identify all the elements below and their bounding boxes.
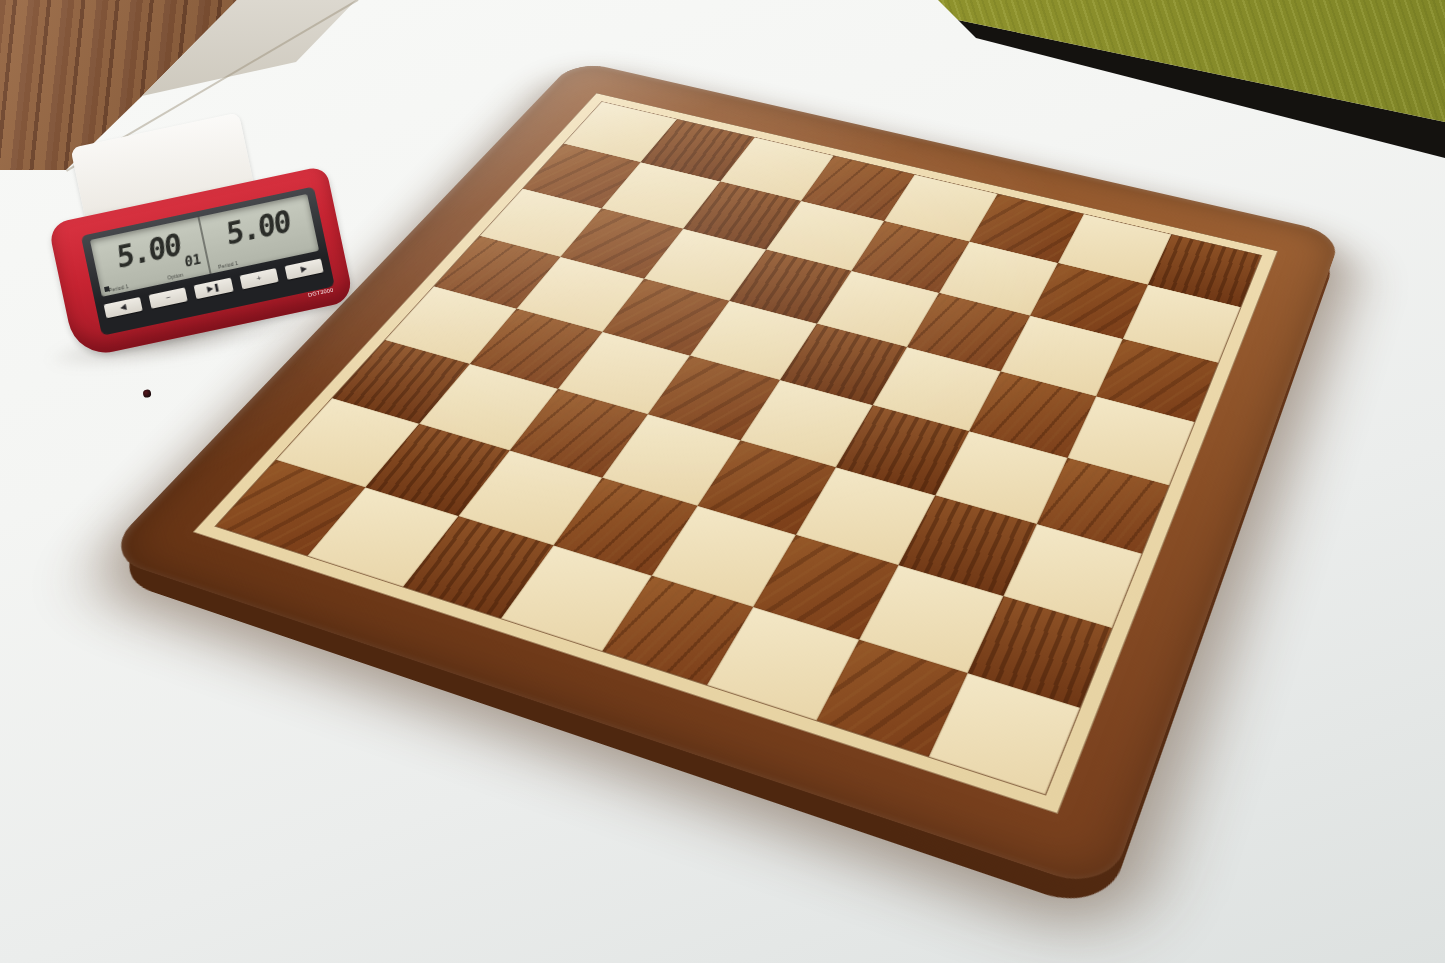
play-pause-icon: ▶❚ xyxy=(207,283,221,293)
square-a2 xyxy=(276,398,419,487)
board-grid xyxy=(214,101,1262,795)
square-e4 xyxy=(740,380,873,468)
clock-button-minus: − xyxy=(149,287,188,308)
lcd-right-time: 5.00 xyxy=(203,198,314,256)
back-arrow-icon: ◀ xyxy=(119,303,127,312)
square-h5 xyxy=(1067,396,1194,485)
square-g4 xyxy=(935,431,1068,524)
square-b2 xyxy=(366,424,510,516)
square-b1 xyxy=(308,487,458,586)
lcd-option-digits: 01 xyxy=(184,250,202,270)
square-e3 xyxy=(698,441,836,535)
option-label: Option xyxy=(167,272,184,281)
square-h1 xyxy=(929,673,1080,794)
square-c2 xyxy=(458,450,602,545)
plus-icon: + xyxy=(256,274,262,283)
board-border-inlay xyxy=(193,93,1278,814)
clock-button-plus: + xyxy=(239,268,278,289)
lcd-left-time: 5.00 xyxy=(93,222,204,280)
square-g1 xyxy=(816,639,967,756)
square-g5 xyxy=(969,371,1096,458)
period-label-left: Period 1 xyxy=(108,283,129,293)
square-h3 xyxy=(1003,524,1141,628)
square-f3 xyxy=(796,468,934,565)
clock-button-play-pause: ▶❚ xyxy=(194,278,233,299)
square-c3 xyxy=(510,389,648,477)
square-d3 xyxy=(602,414,740,505)
square-f2 xyxy=(754,535,899,640)
sound-indicator-icon xyxy=(104,286,110,292)
square-e2 xyxy=(652,506,796,607)
square-a1 xyxy=(216,460,366,556)
square-d1 xyxy=(501,545,652,651)
square-e1 xyxy=(602,576,753,686)
clock-button-back: ◀ xyxy=(104,297,143,318)
scene: DGT3000 5.00 01 Period 1 Option 5.00 Per… xyxy=(0,0,1445,963)
square-g3 xyxy=(898,495,1036,595)
square-f1 xyxy=(707,607,858,720)
square-h2 xyxy=(967,596,1112,708)
square-g2 xyxy=(859,565,1004,673)
minus-icon: − xyxy=(165,294,171,303)
square-d2 xyxy=(553,477,697,575)
clock-button-forward: ▶ xyxy=(284,258,323,279)
square-c1 xyxy=(403,516,554,619)
forward-arrow-icon: ▶ xyxy=(300,265,308,274)
square-f4 xyxy=(836,405,969,495)
square-h4 xyxy=(1037,458,1170,554)
period-label-right: Period 1 xyxy=(218,260,239,270)
